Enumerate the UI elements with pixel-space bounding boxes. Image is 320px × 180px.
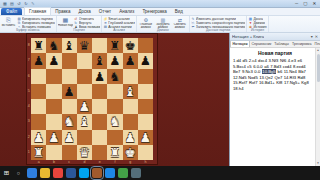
ribbon-group-История: ▦Доска♥Движок◉ИсторияИстория: [247, 16, 268, 32]
black-rook[interactable]: ♜: [31, 38, 46, 53]
white-knight[interactable]: ♞: [107, 114, 122, 129]
square-a6[interactable]: [31, 69, 46, 84]
square-d2[interactable]: [77, 130, 92, 145]
white-queen[interactable]: ♛: [77, 145, 92, 160]
new-game-button-icon: ▦: [62, 17, 68, 24]
square-d4[interactable]: ♟: [77, 99, 92, 114]
square-d3[interactable]: ♝: [77, 114, 92, 129]
square-e3[interactable]: [92, 114, 107, 129]
square-f8[interactable]: ♜: [107, 38, 122, 53]
file-label-c: c: [62, 160, 77, 165]
square-h8[interactable]: [138, 38, 153, 53]
ribbon-group-body: ⎘Вставить▤Копировать партию⧉Копировать п…: [1, 17, 55, 28]
square-b1[interactable]: [46, 145, 61, 160]
ribbon-group-label: Анализ: [103, 28, 134, 33]
square-c6[interactable]: [62, 69, 77, 84]
square-c4[interactable]: [62, 99, 77, 114]
board-pane: 87654321 ♜♞♝♛♜♚♟♟♝♟♟♟♟♞♟♝♟♞♝♞♟♟♟♟♟♜♛♜♚ a…: [0, 33, 229, 166]
moves-text[interactable]: 1.d4 d5 2.c4 dxc4 3.Nf3 Nf6 4.e3 e6 5.Bx…: [230, 57, 320, 93]
square-c8[interactable]: ♝: [62, 38, 77, 53]
square-e6[interactable]: ♟: [92, 69, 107, 84]
square-h1[interactable]: [138, 145, 153, 160]
app-folder[interactable]: [40, 168, 50, 178]
scroll-up-icon[interactable]: ▲: [316, 48, 320, 53]
taskbar: ⊞ ○: [0, 166, 320, 180]
white-king[interactable]: ♚: [123, 145, 138, 160]
ribbon-group-body: ▦Новая партия↺Отменить↻Вернуть♟Ввод пози…: [58, 17, 101, 28]
square-f3[interactable]: ♞: [107, 114, 122, 129]
white-rook[interactable]: ♜: [107, 145, 122, 160]
black-queen[interactable]: ♛: [77, 38, 92, 53]
square-h4[interactable]: [138, 99, 153, 114]
black-knight[interactable]: ♞: [107, 69, 122, 84]
ribbon-toolbar: ⎘Вставить▤Копировать партию⧉Копировать п…: [0, 16, 320, 33]
ribbon-group-Данные партии: ✎Изменить данные партии⎘Заменить сохранё…: [190, 16, 248, 32]
square-e8[interactable]: [92, 38, 107, 53]
ribbon-button-Загрузить движок[interactable]: ▥Загрузить движок: [155, 17, 171, 28]
square-f5[interactable]: [107, 84, 122, 99]
app-gray[interactable]: [131, 168, 141, 178]
maximize-button[interactable]: ▢: [301, 0, 310, 7]
menu-tab-Главная[interactable]: Главная: [24, 7, 51, 15]
ribbon-button-Сменить движок[interactable]: ⇄Сменить движок: [172, 17, 188, 28]
black-knight[interactable]: ♞: [46, 38, 61, 53]
black-pawn[interactable]: ♟: [62, 84, 77, 99]
search-icon[interactable]: ○: [13, 166, 24, 180]
ribbon-row-column: ▦Доска♥Движок◉История: [248, 17, 266, 28]
square-a1[interactable]: ♜: [31, 145, 46, 160]
menu-tab-Правка[interactable]: Правка: [51, 8, 74, 15]
square-b3[interactable]: [46, 114, 61, 129]
new-game-button[interactable]: ▦Новая партия: [58, 17, 73, 28]
square-g4[interactable]: [123, 99, 138, 114]
notation-tab-strip: НотацияСправочникТаблицыТренировкаПлан п…: [230, 41, 320, 48]
paste-button[interactable]: ⎘Вставить: [1, 17, 16, 28]
white-pawn[interactable]: ♟: [138, 130, 153, 145]
menu-tab-Вид[interactable]: Вид: [171, 8, 187, 15]
ribbon-group-body: ▦Доска♥Движок◉История: [248, 17, 266, 28]
black-pawn[interactable]: ♟: [123, 53, 138, 68]
square-a2[interactable]: ♟: [31, 130, 46, 145]
app-chessbase[interactable]: [92, 168, 102, 178]
square-d1[interactable]: ♛: [77, 145, 92, 160]
ribbon-group-label: История: [248, 28, 266, 33]
black-bishop[interactable]: ♝: [62, 38, 77, 53]
square-a3[interactable]: [31, 114, 46, 129]
square-a4[interactable]: [31, 99, 46, 114]
current-move[interactable]: 10.Bg5: [262, 69, 276, 74]
square-h7[interactable]: ♟: [138, 53, 153, 68]
square-e2[interactable]: [92, 130, 107, 145]
window-controls: ─ ▢ ✕: [292, 0, 319, 7]
ribbon-row-column: ✎Изменить данные партии⎘Заменить сохранё…: [191, 17, 246, 28]
square-a8[interactable]: ♜: [31, 38, 46, 53]
white-pawn[interactable]: ♟: [62, 130, 77, 145]
ribbon-group-label: Партия: [58, 28, 101, 33]
square-g3[interactable]: [123, 114, 138, 129]
app-lightblue[interactable]: [105, 168, 115, 178]
white-knight[interactable]: ♞: [62, 114, 77, 129]
square-g5[interactable]: ♝: [123, 84, 138, 99]
ribbon-group-body: ⚡Smart-анализ≋Глубокий анализ▤Анализ пар…: [103, 17, 134, 28]
app-word[interactable]: [66, 168, 76, 178]
square-e4[interactable]: [92, 99, 107, 114]
white-pawn[interactable]: ♟: [31, 130, 46, 145]
square-f6[interactable]: ♞: [107, 69, 122, 84]
square-e5[interactable]: [92, 84, 107, 99]
ribbon-group-body: ⚙Главный движок▥Загрузить движок⇄Сменить…: [138, 17, 188, 28]
black-pawn[interactable]: ♟: [31, 53, 46, 68]
notation-tab-Нотация[interactable]: Нотация: [230, 41, 250, 47]
ribbon-group-Буфер обмена: ⎘Вставить▤Копировать партию⧉Копировать п…: [0, 16, 57, 32]
black-king[interactable]: ♚: [123, 38, 138, 53]
file-label-h: h: [138, 160, 153, 165]
square-b2[interactable]: ♟: [46, 130, 61, 145]
ribbon-group-label: Данные партии: [191, 28, 246, 33]
file-label-e: e: [92, 160, 107, 165]
game-title: Новая партия: [230, 48, 320, 57]
black-pawn[interactable]: ♟: [46, 53, 61, 68]
ribbon-tab-row: ФайлГлавнаяПравкаДоскаОтчетАнализТрениро…: [0, 8, 320, 16]
notation-panel: Нотация + Книга ▾ ✕ НотацияСправочникТаб…: [229, 33, 320, 166]
square-c3[interactable]: ♞: [62, 114, 77, 129]
notation-scrollbar[interactable]: ▲ ▼: [315, 48, 320, 166]
square-f4[interactable]: [107, 99, 122, 114]
file-label-d: d: [77, 160, 92, 165]
black-rook[interactable]: ♜: [107, 38, 122, 53]
ribbon-group-Анализ: ⚡Smart-анализ≋Глубокий анализ▤Анализ пар…: [102, 16, 136, 32]
black-pawn[interactable]: ♟: [107, 53, 122, 68]
square-h3[interactable]: [138, 114, 153, 129]
square-b6[interactable]: [46, 69, 61, 84]
ribbon-group-label: Буфер обмена: [1, 28, 55, 33]
square-h5[interactable]: [138, 84, 153, 99]
ribbon-row-column: ↺Отменить↻Вернуть♟Ввод позиции: [74, 17, 101, 28]
app-blue[interactable]: [79, 168, 89, 178]
square-a5[interactable]: [31, 84, 46, 99]
square-b4[interactable]: [46, 99, 61, 114]
black-pawn[interactable]: ♟: [138, 53, 153, 68]
black-bishop[interactable]: ♝: [92, 53, 107, 68]
white-pawn[interactable]: ♟: [123, 130, 138, 145]
ribbon-row-column: ⚡Smart-анализ≋Глубокий анализ▤Анализ пар…: [103, 17, 134, 28]
notation-tab-Тренировка[interactable]: Тренировка: [290, 41, 313, 47]
notation-tab-План партии[interactable]: План партии: [313, 41, 320, 47]
menu-tab-Файл[interactable]: Файл: [1, 8, 22, 15]
square-c2[interactable]: ♟: [62, 130, 77, 145]
square-c7[interactable]: [62, 53, 77, 68]
ribbon-button-Главный движок[interactable]: ⚙Главный движок: [138, 17, 154, 28]
menu-tab-Анализ[interactable]: Анализ: [115, 8, 138, 15]
file-label-a: a: [31, 160, 46, 165]
quick-access-toolbar: ▦▤↺↻✎: [2, 1, 36, 7]
notation-panel-header: Нотация + Книга ▾ ✕: [230, 33, 320, 41]
square-h2[interactable]: ♟: [138, 130, 153, 145]
taskbar-app-icons: [27, 168, 141, 178]
ribbon-group-body: ✎Изменить данные партии⎘Заменить сохранё…: [191, 17, 246, 28]
notation-tab-Таблицы[interactable]: Таблицы: [273, 41, 291, 47]
close-icon[interactable]: ✕: [315, 33, 318, 40]
notation-panel-title: Нотация + Книга: [232, 34, 264, 39]
redo-icon[interactable]: ↻: [23, 1, 29, 7]
app-green[interactable]: [118, 168, 128, 178]
square-d8[interactable]: ♛: [77, 38, 92, 53]
ribbon-group-label: Движок: [138, 28, 188, 33]
black-pawn[interactable]: ♟: [92, 69, 107, 84]
menu-tab-Отчет[interactable]: Отчет: [95, 8, 115, 15]
white-pawn[interactable]: ♟: [77, 99, 92, 114]
app-red[interactable]: [53, 168, 63, 178]
save-icon[interactable]: ▤: [9, 1, 15, 7]
menu-tab-Тренировка[interactable]: Тренировка: [138, 8, 170, 15]
undo-icon[interactable]: ↺: [16, 1, 22, 7]
white-bishop[interactable]: ♝: [123, 84, 138, 99]
square-g1[interactable]: ♚: [123, 145, 138, 160]
square-g8[interactable]: ♚: [123, 38, 138, 53]
square-d7[interactable]: [77, 53, 92, 68]
square-f7[interactable]: ♟: [107, 53, 122, 68]
white-rook[interactable]: ♜: [31, 145, 46, 160]
square-d6[interactable]: [77, 69, 92, 84]
app-browser-blue[interactable]: [27, 168, 37, 178]
ribbon-group-Движок: ⚙Главный движок▥Загрузить движок⇄Сменить…: [137, 16, 190, 32]
file-label-g: g: [123, 160, 138, 165]
square-b5[interactable]: [46, 84, 61, 99]
menu-tab-Доска[interactable]: Доска: [74, 8, 94, 15]
square-g2[interactable]: ♟: [123, 130, 138, 145]
board-icon[interactable]: ▦: [2, 1, 8, 7]
white-pawn[interactable]: ♟: [46, 130, 61, 145]
square-b8[interactable]: ♞: [46, 38, 61, 53]
ribbon-group-Партия: ▦Новая партия↺Отменить↻Вернуть♟Ввод пози…: [57, 16, 103, 32]
square-e7[interactable]: ♝: [92, 53, 107, 68]
square-f1[interactable]: ♜: [107, 145, 122, 160]
start-button[interactable]: ⊞: [0, 166, 13, 180]
notation-tab-Справочник[interactable]: Справочник: [250, 41, 273, 47]
print-icon[interactable]: ✎: [30, 1, 36, 7]
square-c5[interactable]: ♟: [62, 84, 77, 99]
scrollbar-thumb[interactable]: [317, 54, 320, 82]
close-button[interactable]: ✕: [310, 0, 319, 7]
square-h6[interactable]: [138, 69, 153, 84]
minimize-button[interactable]: ─: [292, 0, 301, 7]
ribbon-row-column: ▤Копировать партию⧉Копировать позицию⎀Вс…: [17, 17, 55, 28]
square-e1[interactable]: [92, 145, 107, 160]
square-g7[interactable]: ♟: [123, 53, 138, 68]
square-d5[interactable]: [77, 84, 92, 99]
square-g6[interactable]: [123, 69, 138, 84]
square-b7[interactable]: ♟: [46, 53, 61, 68]
file-label-f: f: [107, 160, 122, 165]
white-bishop[interactable]: ♝: [77, 114, 92, 129]
file-labels: abcdefgh: [31, 160, 153, 165]
square-c1[interactable]: [62, 145, 77, 160]
square-a7[interactable]: ♟: [31, 53, 46, 68]
paste-button-icon: ⎘: [6, 17, 11, 24]
square-f2[interactable]: [107, 130, 122, 145]
chess-board[interactable]: ♜♞♝♛♜♚♟♟♝♟♟♟♟♞♟♝♟♞♝♞♟♟♟♟♟♜♛♜♚: [31, 38, 153, 160]
file-label-b: b: [46, 160, 61, 165]
chevron-down-icon[interactable]: ▾: [311, 33, 313, 40]
